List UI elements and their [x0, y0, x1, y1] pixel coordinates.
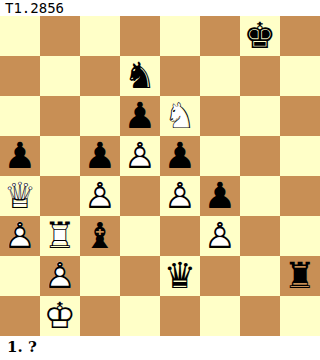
square-h1[interactable]	[280, 296, 320, 336]
piece-outline-layer: ♕	[0, 176, 40, 216]
piece-white-pawn: ♟♙	[120, 136, 160, 176]
puzzle-title: T1.2856	[0, 0, 320, 16]
piece-black-pawn: ♟	[0, 136, 40, 176]
square-b4[interactable]	[40, 176, 80, 216]
square-g7[interactable]	[240, 56, 280, 96]
square-c5[interactable]: ♟	[80, 136, 120, 176]
square-g5[interactable]	[240, 136, 280, 176]
square-b7[interactable]	[40, 56, 80, 96]
piece-black-pawn: ♟	[200, 176, 240, 216]
square-b6[interactable]	[40, 96, 80, 136]
square-e1[interactable]	[160, 296, 200, 336]
piece-outline-layer: ♙	[0, 216, 40, 256]
piece-outline-layer: ♙	[80, 176, 120, 216]
square-d8[interactable]	[120, 16, 160, 56]
square-c1[interactable]	[80, 296, 120, 336]
piece-outline-layer: ♔	[40, 296, 80, 336]
square-f3[interactable]: ♟♙	[200, 216, 240, 256]
square-h2[interactable]: ♜	[280, 256, 320, 296]
square-h7[interactable]	[280, 56, 320, 96]
piece-outline-layer: ♙	[120, 136, 160, 176]
square-h6[interactable]	[280, 96, 320, 136]
piece-black-bishop: ♝	[80, 216, 120, 256]
square-e3[interactable]	[160, 216, 200, 256]
square-h5[interactable]	[280, 136, 320, 176]
piece-outline-layer: ♙	[160, 176, 200, 216]
square-d3[interactable]	[120, 216, 160, 256]
piece-white-knight: ♞♘	[160, 96, 200, 136]
square-e6[interactable]: ♞♘	[160, 96, 200, 136]
square-a1[interactable]	[0, 296, 40, 336]
square-d7[interactable]: ♞	[120, 56, 160, 96]
piece-white-pawn: ♟♙	[160, 176, 200, 216]
square-c6[interactable]	[80, 96, 120, 136]
piece-white-rook: ♜♖	[40, 216, 80, 256]
square-h8[interactable]	[280, 16, 320, 56]
square-d2[interactable]	[120, 256, 160, 296]
piece-outline-layer: ♙	[40, 256, 80, 296]
square-f4[interactable]: ♟	[200, 176, 240, 216]
square-c2[interactable]	[80, 256, 120, 296]
square-b3[interactable]: ♜♖	[40, 216, 80, 256]
piece-black-pawn: ♟	[80, 136, 120, 176]
square-g1[interactable]	[240, 296, 280, 336]
chess-puzzle-window: T1.2856 ♚♞♟♞♘♟♟♟♙♟♛♕♟♙♟♙♟♟♙♜♖♝♟♙♟♙♛♜♚♔ 1…	[0, 0, 320, 360]
square-b2[interactable]: ♟♙	[40, 256, 80, 296]
square-h4[interactable]	[280, 176, 320, 216]
square-b1[interactable]: ♚♔	[40, 296, 80, 336]
square-a7[interactable]	[0, 56, 40, 96]
square-e7[interactable]	[160, 56, 200, 96]
square-e4[interactable]: ♟♙	[160, 176, 200, 216]
square-h3[interactable]	[280, 216, 320, 256]
piece-black-rook: ♜	[280, 256, 320, 296]
piece-white-pawn: ♟♙	[80, 176, 120, 216]
square-b8[interactable]	[40, 16, 80, 56]
square-g6[interactable]	[240, 96, 280, 136]
piece-black-king: ♚	[240, 16, 280, 56]
piece-black-pawn: ♟	[160, 136, 200, 176]
square-g8[interactable]: ♚	[240, 16, 280, 56]
square-c3[interactable]: ♝	[80, 216, 120, 256]
piece-outline-layer: ♙	[200, 216, 240, 256]
piece-outline-layer: ♖	[40, 216, 80, 256]
square-g3[interactable]	[240, 216, 280, 256]
square-d4[interactable]	[120, 176, 160, 216]
square-f8[interactable]	[200, 16, 240, 56]
piece-black-pawn: ♟	[120, 96, 160, 136]
square-a2[interactable]	[0, 256, 40, 296]
square-c4[interactable]: ♟♙	[80, 176, 120, 216]
piece-outline-layer: ♘	[160, 96, 200, 136]
square-g4[interactable]	[240, 176, 280, 216]
square-c8[interactable]	[80, 16, 120, 56]
square-f1[interactable]	[200, 296, 240, 336]
piece-white-pawn: ♟♙	[40, 256, 80, 296]
square-f5[interactable]	[200, 136, 240, 176]
square-e2[interactable]: ♛	[160, 256, 200, 296]
move-prompt: 1. ?	[0, 336, 320, 360]
square-c7[interactable]	[80, 56, 120, 96]
square-a8[interactable]	[0, 16, 40, 56]
square-a6[interactable]	[0, 96, 40, 136]
piece-white-pawn: ♟♙	[200, 216, 240, 256]
square-d1[interactable]	[120, 296, 160, 336]
piece-black-queen: ♛	[160, 256, 200, 296]
square-f7[interactable]	[200, 56, 240, 96]
square-b5[interactable]	[40, 136, 80, 176]
square-e5[interactable]: ♟	[160, 136, 200, 176]
square-d6[interactable]: ♟	[120, 96, 160, 136]
square-a5[interactable]: ♟	[0, 136, 40, 176]
piece-black-knight: ♞	[120, 56, 160, 96]
square-d5[interactable]: ♟♙	[120, 136, 160, 176]
piece-white-king: ♚♔	[40, 296, 80, 336]
square-e8[interactable]	[160, 16, 200, 56]
piece-white-pawn: ♟♙	[0, 216, 40, 256]
square-f2[interactable]	[200, 256, 240, 296]
square-f6[interactable]	[200, 96, 240, 136]
piece-white-queen: ♛♕	[0, 176, 40, 216]
square-a4[interactable]: ♛♕	[0, 176, 40, 216]
square-g2[interactable]	[240, 256, 280, 296]
chess-board: ♚♞♟♞♘♟♟♟♙♟♛♕♟♙♟♙♟♟♙♜♖♝♟♙♟♙♛♜♚♔	[0, 16, 320, 336]
square-a3[interactable]: ♟♙	[0, 216, 40, 256]
